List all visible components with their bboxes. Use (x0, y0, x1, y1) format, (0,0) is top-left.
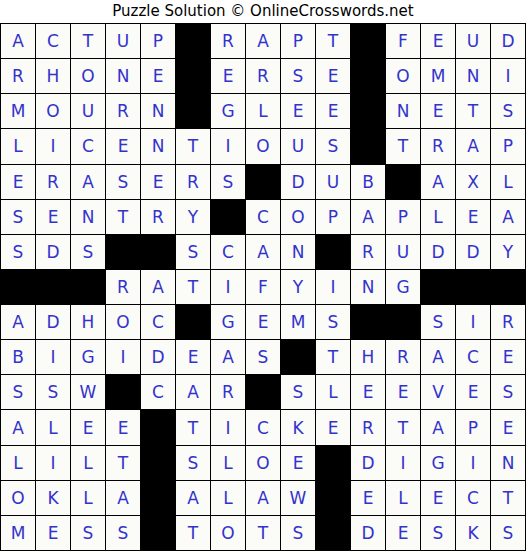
grid-cell: I (316, 270, 350, 304)
cell-letter: E (433, 31, 444, 51)
grid-cell: S (246, 340, 280, 374)
cell-letter: H (82, 312, 95, 332)
grid-cell: S (316, 129, 350, 163)
cell-letter: L (13, 453, 22, 473)
cell-letter: I (50, 136, 55, 156)
block-cell (141, 516, 175, 550)
cell-letter: O (11, 488, 24, 508)
grid-cell: W (71, 375, 105, 409)
grid-cell: P (281, 24, 315, 58)
grid-cell: O (386, 59, 420, 93)
grid-cell: I (36, 340, 70, 374)
grid-cell: U (456, 24, 490, 58)
cell-letter: U (327, 172, 339, 192)
grid-cell: Y (176, 200, 210, 234)
block-cell (351, 129, 385, 163)
block-cell (141, 410, 175, 444)
grid-cell: H (36, 59, 70, 93)
grid-cell: G (421, 446, 455, 480)
grid-cell: C (246, 410, 280, 444)
block-cell (351, 94, 385, 128)
cell-letter: T (258, 523, 268, 543)
grid-cell: I (491, 59, 525, 93)
cell-letter: I (400, 453, 405, 473)
cell-letter: S (293, 523, 304, 543)
grid-cell: L (1, 446, 35, 480)
grid-cell: D (36, 235, 70, 269)
grid-cell: E (421, 24, 455, 58)
grid-cell: E (351, 481, 385, 515)
grid-cell: T (386, 129, 420, 163)
cell-letter: S (328, 312, 339, 332)
grid-cell: F (386, 24, 420, 58)
cell-letter: E (433, 488, 444, 508)
grid-cell: E (386, 375, 420, 409)
block-cell (211, 200, 245, 234)
cell-letter: I (225, 277, 230, 297)
cell-letter: E (83, 418, 94, 438)
block-cell (421, 270, 455, 304)
cell-letter: G (221, 312, 234, 332)
grid-cell: E (211, 59, 245, 93)
grid-cell: S (106, 516, 140, 550)
cell-letter: A (187, 382, 199, 402)
grid-cell: R (421, 129, 455, 163)
cell-letter: R (432, 136, 444, 156)
cell-letter: T (328, 347, 338, 367)
puzzle-solution-page: Puzzle Solution © OnlineCrosswords.net A… (0, 0, 526, 551)
grid-cell: R (211, 24, 245, 58)
grid-cell: S (36, 375, 70, 409)
cell-letter: E (153, 172, 164, 192)
cell-letter: S (293, 382, 304, 402)
cell-letter: A (432, 172, 444, 192)
grid-cell: T (246, 516, 280, 550)
cell-letter: E (293, 453, 304, 473)
cell-letter: K (467, 523, 478, 543)
grid-cell: D (141, 340, 175, 374)
cell-letter: E (328, 418, 339, 438)
grid-cell: E (246, 305, 280, 339)
cell-letter: D (46, 242, 59, 262)
cell-letter: R (502, 312, 514, 332)
cell-letter: L (398, 488, 407, 508)
grid-cell: C (141, 375, 175, 409)
grid-cell: R (106, 94, 140, 128)
grid-cell: T (316, 340, 350, 374)
cell-letter: T (188, 136, 198, 156)
cell-letter: O (396, 66, 409, 86)
cell-letter: U (467, 31, 479, 51)
grid-cell: E (281, 446, 315, 480)
cell-letter: A (12, 418, 24, 438)
grid-cell: L (211, 481, 245, 515)
cell-letter: T (118, 453, 128, 473)
block-cell (176, 59, 210, 93)
cell-letter: B (12, 347, 24, 367)
cell-letter: E (363, 488, 374, 508)
grid-cell: T (71, 24, 105, 58)
grid-cell: A (176, 375, 210, 409)
grid-cell: I (211, 129, 245, 163)
cell-letter: P (328, 207, 338, 227)
grid-cell: T (491, 481, 525, 515)
block-cell (141, 235, 175, 269)
cell-letter: R (152, 207, 164, 227)
cell-letter: E (118, 136, 129, 156)
grid-cell: S (106, 165, 140, 199)
grid-cell: E (141, 59, 175, 93)
cell-letter: D (501, 31, 514, 51)
cell-letter: R (117, 277, 129, 297)
cell-letter: M (431, 66, 446, 86)
block-cell (316, 446, 350, 480)
cell-letter: R (257, 66, 269, 86)
grid-cell: R (491, 305, 525, 339)
grid-cell: A (71, 165, 105, 199)
grid-cell: I (211, 270, 245, 304)
cell-letter: T (188, 277, 198, 297)
cell-letter: K (47, 488, 58, 508)
grid-cell: O (71, 59, 105, 93)
cell-letter: E (118, 418, 129, 438)
grid-cell: T (106, 446, 140, 480)
block-cell (456, 270, 490, 304)
grid-cell: E (71, 410, 105, 444)
cell-letter: T (188, 418, 198, 438)
grid-cell: W (281, 481, 315, 515)
cell-letter: E (468, 207, 479, 227)
cell-letter: L (13, 136, 22, 156)
grid-cell: E (316, 410, 350, 444)
grid-cell: N (71, 200, 105, 234)
grid-cell: S (71, 235, 105, 269)
grid-cell: P (456, 410, 490, 444)
grid-cell: L (421, 200, 455, 234)
cell-letter: Y (293, 277, 303, 297)
cell-letter: O (221, 523, 234, 543)
grid-cell: G (211, 305, 245, 339)
grid-cell: D (36, 305, 70, 339)
cell-letter: L (433, 207, 442, 227)
cell-letter: L (83, 488, 92, 508)
cell-letter: I (50, 347, 55, 367)
cell-letter: L (223, 453, 232, 473)
cell-letter: P (503, 136, 513, 156)
block-cell (281, 340, 315, 374)
grid-cell: L (211, 446, 245, 480)
cell-letter: T (118, 207, 128, 227)
cell-letter: E (503, 347, 514, 367)
grid-cell: A (1, 410, 35, 444)
cell-letter: E (188, 347, 199, 367)
cell-letter: A (362, 207, 374, 227)
cell-letter: C (222, 242, 234, 262)
cell-letter: R (12, 66, 24, 86)
grid-cell: U (316, 165, 350, 199)
cell-letter: R (222, 382, 234, 402)
grid-cell: E (1, 165, 35, 199)
grid-cell: A (246, 481, 280, 515)
cell-letter: G (396, 277, 409, 297)
cell-letter: C (257, 207, 269, 227)
cell-letter: N (152, 136, 165, 156)
cell-letter: U (292, 136, 304, 156)
cell-letter: N (467, 66, 480, 86)
grid-cell: H (351, 340, 385, 374)
cell-letter: O (81, 66, 94, 86)
cell-letter: S (13, 242, 24, 262)
cell-letter: T (398, 136, 408, 156)
grid-cell: R (351, 410, 385, 444)
grid-cell: S (71, 516, 105, 550)
block-cell (386, 165, 420, 199)
grid-cell: E (421, 481, 455, 515)
grid-cell: N (141, 94, 175, 128)
cell-letter: A (257, 488, 269, 508)
cell-letter: T (398, 418, 408, 438)
grid-cell: P (491, 129, 525, 163)
grid-cell: N (491, 446, 525, 480)
grid-cell: C (211, 235, 245, 269)
grid-cell: R (36, 165, 70, 199)
cell-letter: Y (188, 207, 198, 227)
grid-cell: A (246, 24, 280, 58)
cell-letter: P (153, 31, 163, 51)
block-cell (386, 305, 420, 339)
grid-cell: R (351, 235, 385, 269)
cell-letter: B (362, 172, 374, 192)
cell-letter: E (48, 523, 59, 543)
cell-letter: E (468, 382, 479, 402)
grid-cell: D (491, 24, 525, 58)
grid-cell: I (106, 340, 140, 374)
grid-cell: C (246, 200, 280, 234)
cell-letter: N (152, 101, 165, 121)
cell-letter: R (117, 101, 129, 121)
grid-cell: I (456, 305, 490, 339)
cell-letter: C (467, 488, 479, 508)
cell-letter: S (223, 172, 234, 192)
grid-cell: C (456, 481, 490, 515)
grid-cell: K (36, 481, 70, 515)
cell-letter: O (256, 453, 269, 473)
grid-cell: L (71, 481, 105, 515)
grid-cell: L (386, 481, 420, 515)
block-cell (36, 270, 70, 304)
cell-letter: A (152, 277, 164, 297)
cell-letter: D (466, 242, 479, 262)
grid-cell: R (246, 59, 280, 93)
cell-letter: S (83, 242, 94, 262)
cell-letter: L (328, 382, 337, 402)
grid-cell: T (106, 200, 140, 234)
cell-letter: V (432, 382, 444, 402)
cell-letter: S (258, 347, 269, 367)
grid-cell: E (316, 94, 350, 128)
grid-cell: S (1, 235, 35, 269)
grid-cell: A (351, 200, 385, 234)
grid-cell: E (106, 129, 140, 163)
grid-cell: E (351, 375, 385, 409)
cell-letter: S (13, 207, 24, 227)
cell-letter: A (12, 31, 24, 51)
grid-cell: T (316, 24, 350, 58)
cell-letter: T (328, 31, 338, 51)
grid-cell: D (351, 446, 385, 480)
grid-cell: S (1, 200, 35, 234)
grid-cell: S (1, 375, 35, 409)
grid-cell: M (1, 94, 35, 128)
grid-cell: O (281, 200, 315, 234)
grid-cell: N (106, 59, 140, 93)
cell-letter: C (257, 418, 269, 438)
grid-cell: B (351, 165, 385, 199)
grid-cell: A (176, 481, 210, 515)
grid-cell: L (71, 446, 105, 480)
grid-cell: D (456, 235, 490, 269)
cell-letter: K (292, 418, 303, 438)
cell-letter: P (293, 31, 303, 51)
cell-letter: A (432, 418, 444, 438)
grid-cell: A (141, 270, 175, 304)
grid-cell: U (386, 235, 420, 269)
cell-letter: Y (503, 242, 513, 262)
cell-letter: N (362, 277, 375, 297)
cell-letter: N (82, 207, 95, 227)
grid-cell: A (1, 24, 35, 58)
cell-letter: D (291, 172, 304, 192)
block-cell (351, 24, 385, 58)
cell-letter: A (432, 347, 444, 367)
cell-letter: H (47, 66, 60, 86)
cell-letter: C (152, 382, 164, 402)
cell-letter: A (257, 31, 269, 51)
grid-cell: E (386, 516, 420, 550)
cell-letter: G (431, 453, 444, 473)
grid-cell: S (421, 305, 455, 339)
cell-letter: T (468, 101, 478, 121)
block-cell (316, 481, 350, 515)
cell-letter: W (290, 488, 307, 508)
grid-cell: O (246, 446, 280, 480)
block-cell (106, 375, 140, 409)
grid-cell: E (36, 200, 70, 234)
cell-letter: I (225, 136, 230, 156)
grid-cell: N (386, 94, 420, 128)
grid-cell: L (1, 129, 35, 163)
cell-letter: N (117, 66, 130, 86)
cell-letter: F (398, 31, 408, 51)
grid-cell: T (176, 270, 210, 304)
grid-cell: S (281, 59, 315, 93)
cell-letter: T (83, 31, 93, 51)
grid-cell: E (141, 165, 175, 199)
cell-letter: E (153, 66, 164, 86)
cell-letter: S (328, 136, 339, 156)
cell-letter: R (362, 242, 374, 262)
block-cell (1, 270, 35, 304)
cell-letter: E (13, 172, 24, 192)
grid-cell: P (316, 200, 350, 234)
grid-cell: D (281, 165, 315, 199)
grid-cell: E (456, 375, 490, 409)
grid-cell: T (386, 410, 420, 444)
cell-letter: O (46, 101, 59, 121)
grid-cell: C (36, 24, 70, 58)
cell-letter: S (293, 66, 304, 86)
grid-cell: L (491, 165, 525, 199)
grid-cell: N (281, 235, 315, 269)
grid-cell: L (36, 410, 70, 444)
grid-cell: E (456, 200, 490, 234)
grid-cell: S (491, 375, 525, 409)
cell-letter: S (118, 172, 129, 192)
cell-letter: A (117, 488, 129, 508)
grid-cell: A (1, 305, 35, 339)
grid-cell: E (106, 410, 140, 444)
cell-letter: S (503, 523, 514, 543)
grid-cell: S (281, 375, 315, 409)
cell-letter: A (222, 347, 234, 367)
cell-letter: W (80, 382, 97, 402)
grid-cell: N (351, 270, 385, 304)
grid-cell: O (36, 94, 70, 128)
grid-cell: S (176, 446, 210, 480)
grid-cell: U (106, 24, 140, 58)
cell-letter: E (293, 101, 304, 121)
grid-cell: A (491, 200, 525, 234)
cell-letter: G (221, 101, 234, 121)
block-cell (106, 235, 140, 269)
cell-letter: S (503, 382, 514, 402)
grid-cell: I (211, 410, 245, 444)
cell-letter: L (503, 172, 512, 192)
cell-letter: S (188, 242, 199, 262)
grid-cell: S (281, 516, 315, 550)
cell-letter: E (503, 418, 514, 438)
grid-cell: E (421, 94, 455, 128)
cell-letter: O (256, 136, 269, 156)
grid-cell: V (421, 375, 455, 409)
block-cell (246, 375, 280, 409)
cell-letter: D (361, 523, 374, 543)
block-cell (246, 165, 280, 199)
cell-letter: M (11, 101, 26, 121)
grid-cell: T (176, 129, 210, 163)
cell-letter: M (291, 312, 306, 332)
cell-letter: C (467, 347, 479, 367)
cell-letter: L (258, 101, 267, 121)
page-title: Puzzle Solution © OnlineCrosswords.net (0, 0, 526, 23)
grid-cell: R (141, 200, 175, 234)
grid-cell: M (421, 59, 455, 93)
grid-cell: C (141, 305, 175, 339)
grid-cell: S (491, 94, 525, 128)
cell-letter: E (223, 66, 234, 86)
grid-cell: A (106, 481, 140, 515)
grid-cell: L (246, 94, 280, 128)
cell-letter: X (467, 172, 479, 192)
cell-letter: A (12, 312, 24, 332)
grid-cell: M (1, 516, 35, 550)
grid-cell: K (456, 516, 490, 550)
cell-letter: H (362, 347, 375, 367)
grid-cell: A (421, 410, 455, 444)
cell-letter: C (152, 312, 164, 332)
cell-letter: E (398, 523, 409, 543)
cell-letter: D (361, 453, 374, 473)
